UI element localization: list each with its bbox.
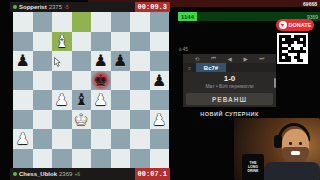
square-f4[interactable] [111, 90, 131, 110]
square-e3[interactable] [91, 110, 111, 130]
headphone-cup [274, 135, 282, 148]
drink-can: THE LONG DRINK [242, 154, 264, 180]
black-pawn[interactable]: ♟ [111, 51, 131, 71]
square-f8[interactable] [111, 12, 131, 32]
black-pawn[interactable]: ♟ [13, 51, 33, 71]
square-c7[interactable]: ♝ [52, 32, 72, 52]
square-c4[interactable]: ♟ [52, 90, 72, 110]
rematch-button[interactable]: РЕВАНШ [186, 93, 273, 105]
qr-module [303, 50, 306, 53]
square-d4[interactable]: ♝ [72, 90, 92, 110]
new-opponent-button[interactable]: НОВИЙ СУПЕРНИК [183, 111, 276, 117]
square-e6[interactable]: ♟ [91, 51, 111, 71]
donate-label: DONATE [289, 22, 312, 28]
square-f1[interactable] [111, 149, 131, 169]
square-d5[interactable] [72, 71, 92, 91]
square-h5[interactable]: ♟ [150, 71, 170, 91]
square-d3[interactable]: ♚ [72, 110, 92, 130]
square-b3[interactable] [33, 110, 53, 130]
square-b5[interactable] [33, 71, 53, 91]
qr-module [300, 59, 303, 62]
nav-icon-1[interactable]: ⏮ [211, 55, 216, 62]
square-e2[interactable] [91, 129, 111, 149]
square-d1[interactable] [72, 149, 92, 169]
mouse-cursor-icon [54, 57, 62, 67]
qr-module [291, 41, 294, 44]
square-h8[interactable] [150, 12, 170, 32]
top-player-name: Sopperist [19, 4, 47, 10]
top-player-rating-diff: -5 [64, 4, 68, 10]
square-b8[interactable] [33, 12, 53, 32]
move-list-row: ≡ Bc7# [183, 63, 276, 72]
square-e7[interactable] [91, 32, 111, 52]
square-d7[interactable] [72, 32, 92, 52]
online-dot-icon [13, 172, 17, 176]
streamer-body [264, 162, 320, 180]
panel-scrollbar[interactable] [274, 78, 276, 88]
square-h6[interactable] [150, 51, 170, 71]
move-index-cell: ≡ [183, 63, 196, 72]
donate-button[interactable]: ♥ DONATE [276, 19, 314, 31]
square-b1[interactable] [33, 149, 53, 169]
white-pawn[interactable]: ♟ [13, 129, 33, 149]
square-h3[interactable]: ♟ [150, 110, 170, 130]
top-player-rating: 2375 [49, 4, 62, 10]
square-e4[interactable]: ♟ [91, 90, 111, 110]
game-result: 1-0 [183, 74, 276, 83]
square-g6[interactable] [130, 51, 150, 71]
donation-qr-code [277, 33, 308, 64]
square-e8[interactable] [91, 12, 111, 32]
bottom-player-rating-diff: +6 [74, 171, 80, 177]
square-h4[interactable] [150, 90, 170, 110]
donation-goal-label: 1144 [178, 12, 197, 21]
square-a6[interactable]: ♟ [13, 51, 33, 71]
nav-icon-0[interactable]: ⟲ [195, 56, 200, 62]
bottom-player-name: Chess_Ublok [19, 171, 57, 177]
square-d6[interactable] [72, 51, 92, 71]
square-c2[interactable] [52, 129, 72, 149]
chess-board[interactable]: ♝♟♟♟♚♟♟♝♟♚♟♟ [13, 12, 169, 168]
square-h7[interactable] [150, 32, 170, 52]
square-f7[interactable] [111, 32, 131, 52]
square-b6[interactable] [33, 51, 53, 71]
white-pawn[interactable]: ♟ [52, 90, 72, 110]
eye [289, 142, 292, 145]
square-f5[interactable] [111, 71, 131, 91]
square-b2[interactable] [33, 129, 53, 149]
streamer-smile [291, 151, 300, 155]
qr-module [303, 44, 306, 47]
square-e5[interactable]: ♚ [91, 71, 111, 91]
online-dot-icon [13, 5, 17, 9]
square-a3[interactable] [13, 110, 33, 130]
black-pawn[interactable]: ♟ [91, 51, 111, 71]
top-player-bar: Sopperist 2375 -5 00:09.3 [10, 2, 170, 12]
square-a8[interactable] [13, 12, 33, 32]
square-c8[interactable] [52, 12, 72, 32]
square-d8[interactable] [72, 12, 92, 32]
heart-icon: ♥ [279, 21, 287, 29]
black-pawn[interactable]: ♟ [150, 71, 170, 91]
square-g4[interactable] [130, 90, 150, 110]
viewer-counter: 69668 [303, 1, 317, 7]
game-status-text: Мат • Білі перемогли [183, 83, 276, 89]
square-f3[interactable] [111, 110, 131, 130]
square-a1[interactable] [13, 149, 33, 169]
square-a4[interactable] [13, 90, 33, 110]
stream-frame: 1уе4 / вызо 1рв 12:48 69668 Sopperist 23… [0, 0, 320, 180]
nav-icon-2[interactable]: ◀ [228, 56, 232, 62]
square-b7[interactable] [33, 32, 53, 52]
qr-module [288, 59, 291, 62]
square-g2[interactable] [130, 129, 150, 149]
eye [299, 142, 302, 145]
nav-icon-4[interactable]: ⏭ [259, 55, 264, 62]
white-king[interactable]: ♚ [72, 110, 92, 130]
white-pawn[interactable]: ♟ [91, 90, 111, 110]
white-bishop[interactable]: ♝ [52, 32, 72, 52]
square-e1[interactable] [91, 149, 111, 169]
square-f6[interactable]: ♟ [111, 51, 131, 71]
square-h2[interactable] [150, 129, 170, 149]
square-h1[interactable] [150, 149, 170, 169]
current-move-cell[interactable]: Bc7# [196, 63, 226, 72]
square-g3[interactable] [130, 110, 150, 130]
square-g5[interactable] [130, 71, 150, 91]
bottom-player-rating: 2369 [59, 171, 72, 177]
game-result-panel: ⟲⏮◀▶⏭ ≡ Bc7# 1-0 Мат • Білі перемогли РЕ… [183, 54, 276, 107]
square-d2[interactable] [72, 129, 92, 149]
move-nav-row: ⟲⏮◀▶⏭ [183, 54, 276, 63]
bottom-player-bar: Chess_Ublok 2369 +6 00:07.1 [10, 168, 170, 180]
black-bishop[interactable]: ♝ [72, 90, 92, 110]
overlay-indicator: ♙45 [178, 46, 188, 52]
square-a7[interactable] [13, 32, 33, 52]
square-g8[interactable] [130, 12, 150, 32]
black-king[interactable]: ♚ [91, 71, 111, 91]
bottom-player-clock: 00:07.1 [135, 168, 170, 180]
square-b4[interactable] [33, 90, 53, 110]
white-pawn[interactable]: ♟ [150, 110, 170, 130]
square-f2[interactable] [111, 129, 131, 149]
square-g1[interactable] [130, 149, 150, 169]
square-c5[interactable] [52, 71, 72, 91]
top-player-clock: 00:09.3 [135, 2, 170, 12]
square-a5[interactable] [13, 71, 33, 91]
square-a2[interactable]: ♟ [13, 129, 33, 149]
webcam-view: THE LONG DRINK [234, 118, 320, 180]
square-c1[interactable] [52, 149, 72, 169]
square-c3[interactable] [52, 110, 72, 130]
square-g7[interactable] [130, 32, 150, 52]
nav-icon-3[interactable]: ▶ [243, 56, 247, 62]
